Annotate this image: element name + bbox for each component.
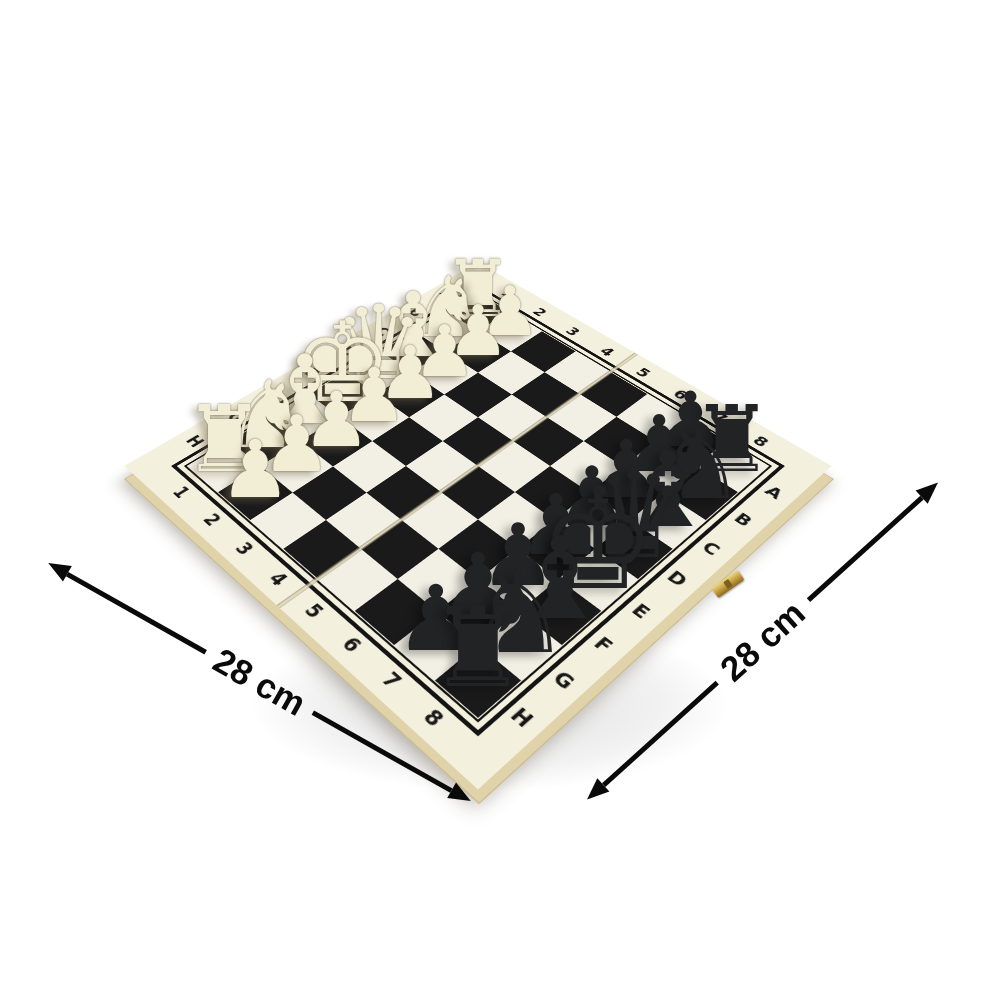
- product-photo: 12345678 12345678 ABCDEFGH ABCDEFGH ♜♞♝♛…: [0, 0, 1000, 1000]
- rook-glyph: ♜: [429, 585, 528, 713]
- piece-white-pawn-h2: ♟: [220, 430, 292, 510]
- pieces-layer: ♜♞♝♛♚♝♞♜♟♟♟♟♟♟♟♟♟♟♟♟♟♟♟♟♜♞♝♛♚♝♞♜: [0, 0, 1000, 1000]
- piece-black-rook-h8: ♜: [429, 595, 528, 705]
- pawn-glyph: ♟: [220, 423, 292, 516]
